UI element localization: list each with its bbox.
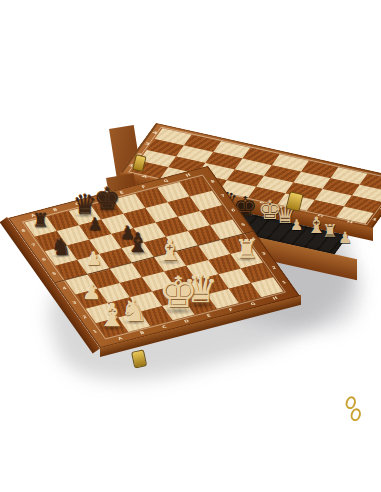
stored-light-rook: ♜ [322,223,338,241]
rank-label-left: 3 [70,300,80,305]
white-rook-h3: ♜ [232,237,263,262]
file-label-front: G [248,301,258,306]
file-label-front: C [159,324,169,329]
rank-label-left: 5 [49,271,59,276]
rank-label-left: 4 [59,286,69,291]
stored-light-pawn: ♟ [290,218,303,233]
file-label-front: E [204,313,214,318]
file-label-front: D [182,319,192,324]
rank-label-left: 7 [29,242,39,247]
rank-label-right: 1 [279,280,289,285]
lid-rank-label-right: 1 [368,217,380,222]
black-pawn-c7: ♟ [85,217,105,234]
black-bishop-d5: ♝ [122,230,154,257]
product-photo-scene: ABCDEFGH11223344 ♝♞♟♟♛♚♚♛♟♝♜♟ 88AA77BB66… [0,0,381,492]
white-bishop-a1: ♝ [93,299,132,331]
rank-label-left: 8 [19,228,29,233]
white-pawn-b5: ♟ [82,250,104,269]
brass-hinge-ring [349,407,363,422]
rank-label-right: 2 [269,265,279,270]
file-label-front: F [226,307,236,312]
rank-label-right: 6 [228,208,238,213]
rank-label-left: 2 [80,314,90,319]
rank-label-right: 5 [238,222,248,227]
file-label-front: B [137,330,147,335]
white-bishop-e4: ♝ [153,237,187,265]
file-label-front: A [115,336,125,341]
black-knight-a6: ♞ [47,236,75,260]
rank-label-right: 8 [208,179,218,184]
white-king-d1: ♚ [153,271,204,314]
stored-light-pawn: ♟ [338,230,352,246]
rank-label-right: 7 [218,193,228,198]
black-rook-a8: ♜ [29,211,52,230]
file-label-front: H [270,296,280,301]
